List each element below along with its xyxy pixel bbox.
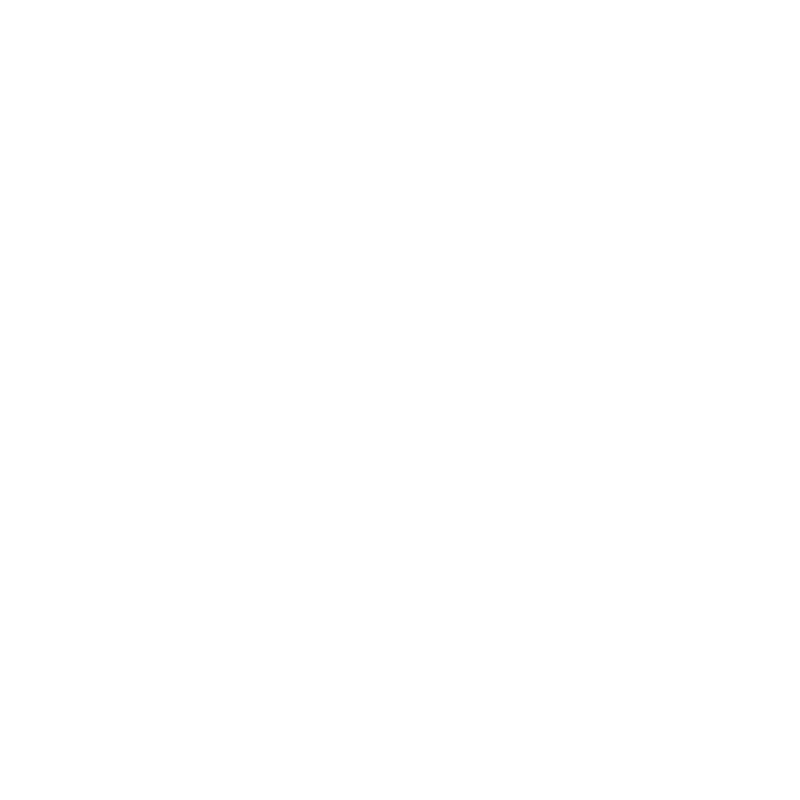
chess-set-photo: [0, 0, 800, 800]
chess-pieces-layer: [0, 0, 800, 800]
